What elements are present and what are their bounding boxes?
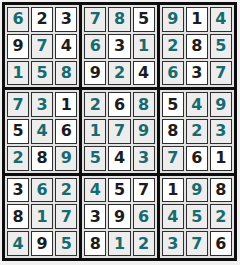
cell-r2c9[interactable]: 5 <box>210 34 232 59</box>
box-1: 623974158 <box>5 5 79 87</box>
cell-r3c3[interactable]: 8 <box>55 61 77 86</box>
cell-r2c6[interactable]: 1 <box>133 34 155 59</box>
cell-r1c3[interactable]: 3 <box>55 7 77 32</box>
cell-r6c9[interactable]: 1 <box>210 146 232 171</box>
cell-r2c2[interactable]: 7 <box>31 34 53 59</box>
cell-r4c9[interactable]: 9 <box>210 92 232 117</box>
cell-r9c8[interactable]: 7 <box>186 231 208 256</box>
box-4: 731546289 <box>5 90 79 172</box>
cell-r2c7[interactable]: 2 <box>162 34 184 59</box>
cell-r6c7[interactable]: 7 <box>162 146 184 171</box>
cell-r4c2[interactable]: 3 <box>31 92 53 117</box>
box-2: 785631924 <box>82 5 156 87</box>
cell-r4c6[interactable]: 8 <box>133 92 155 117</box>
cell-r1c8[interactable]: 1 <box>186 7 208 32</box>
cell-r7c9[interactable]: 8 <box>210 178 232 203</box>
box-6: 549823761 <box>160 90 234 172</box>
cell-r3c7[interactable]: 6 <box>162 61 184 86</box>
cell-r7c1[interactable]: 3 <box>7 178 29 203</box>
cell-r1c1[interactable]: 6 <box>7 7 29 32</box>
cell-r5c3[interactable]: 6 <box>55 119 77 144</box>
cell-r8c2[interactable]: 1 <box>31 204 53 229</box>
cell-r3c2[interactable]: 5 <box>31 61 53 86</box>
box-3: 914285637 <box>160 5 234 87</box>
cell-r9c2[interactable]: 9 <box>31 231 53 256</box>
box-8: 457396812 <box>82 176 156 258</box>
cell-r9c1[interactable]: 4 <box>7 231 29 256</box>
cell-r5c8[interactable]: 2 <box>186 119 208 144</box>
cell-r4c4[interactable]: 2 <box>84 92 106 117</box>
cell-r9c7[interactable]: 3 <box>162 231 184 256</box>
cell-r6c6[interactable]: 3 <box>133 146 155 171</box>
cell-r8c5[interactable]: 9 <box>108 204 130 229</box>
cell-r9c3[interactable]: 5 <box>55 231 77 256</box>
cell-r1c4[interactable]: 7 <box>84 7 106 32</box>
cell-r5c9[interactable]: 3 <box>210 119 232 144</box>
cell-r2c1[interactable]: 9 <box>7 34 29 59</box>
cell-r6c3[interactable]: 9 <box>55 146 77 171</box>
cell-r9c5[interactable]: 1 <box>108 231 130 256</box>
cell-r9c4[interactable]: 8 <box>84 231 106 256</box>
cell-r2c8[interactable]: 8 <box>186 34 208 59</box>
cell-r7c7[interactable]: 1 <box>162 178 184 203</box>
cell-r5c5[interactable]: 7 <box>108 119 130 144</box>
cell-r7c2[interactable]: 6 <box>31 178 53 203</box>
cell-r6c8[interactable]: 6 <box>186 146 208 171</box>
cell-r3c8[interactable]: 3 <box>186 61 208 86</box>
cell-r8c3[interactable]: 7 <box>55 204 77 229</box>
cell-r4c5[interactable]: 6 <box>108 92 130 117</box>
cell-r8c1[interactable]: 8 <box>7 204 29 229</box>
cell-r5c4[interactable]: 1 <box>84 119 106 144</box>
cell-r1c6[interactable]: 5 <box>133 7 155 32</box>
cell-r7c4[interactable]: 4 <box>84 178 106 203</box>
cell-r8c6[interactable]: 6 <box>133 204 155 229</box>
box-5: 268179543 <box>82 90 156 172</box>
cell-r3c4[interactable]: 9 <box>84 61 106 86</box>
cell-r3c6[interactable]: 4 <box>133 61 155 86</box>
cell-r2c4[interactable]: 6 <box>84 34 106 59</box>
cell-r4c7[interactable]: 5 <box>162 92 184 117</box>
box-7: 362817495 <box>5 176 79 258</box>
cell-r5c7[interactable]: 8 <box>162 119 184 144</box>
cell-r7c5[interactable]: 5 <box>108 178 130 203</box>
cell-r1c7[interactable]: 9 <box>162 7 184 32</box>
cell-r6c1[interactable]: 2 <box>7 146 29 171</box>
cell-r7c3[interactable]: 2 <box>55 178 77 203</box>
cell-r1c5[interactable]: 8 <box>108 7 130 32</box>
cell-r4c8[interactable]: 4 <box>186 92 208 117</box>
cell-r6c5[interactable]: 4 <box>108 146 130 171</box>
cell-r5c2[interactable]: 4 <box>31 119 53 144</box>
cell-r2c5[interactable]: 3 <box>108 34 130 59</box>
sudoku-board: 6239741587856319249142856377315462892681… <box>2 2 237 261</box>
cell-r6c2[interactable]: 8 <box>31 146 53 171</box>
cell-r8c9[interactable]: 2 <box>210 204 232 229</box>
cell-r7c8[interactable]: 9 <box>186 178 208 203</box>
box-9: 198452376 <box>160 176 234 258</box>
cell-r8c8[interactable]: 5 <box>186 204 208 229</box>
cell-r2c3[interactable]: 4 <box>55 34 77 59</box>
cell-r7c6[interactable]: 7 <box>133 178 155 203</box>
cell-r8c4[interactable]: 3 <box>84 204 106 229</box>
cell-r4c3[interactable]: 1 <box>55 92 77 117</box>
cell-r5c1[interactable]: 5 <box>7 119 29 144</box>
cell-r9c6[interactable]: 2 <box>133 231 155 256</box>
cell-r3c1[interactable]: 1 <box>7 61 29 86</box>
cell-r4c1[interactable]: 7 <box>7 92 29 117</box>
cell-r5c6[interactable]: 9 <box>133 119 155 144</box>
cell-r3c5[interactable]: 2 <box>108 61 130 86</box>
cell-r9c9[interactable]: 6 <box>210 231 232 256</box>
cell-r1c9[interactable]: 4 <box>210 7 232 32</box>
cell-r8c7[interactable]: 4 <box>162 204 184 229</box>
cell-r6c4[interactable]: 5 <box>84 146 106 171</box>
cell-r3c9[interactable]: 7 <box>210 61 232 86</box>
cell-r1c2[interactable]: 2 <box>31 7 53 32</box>
